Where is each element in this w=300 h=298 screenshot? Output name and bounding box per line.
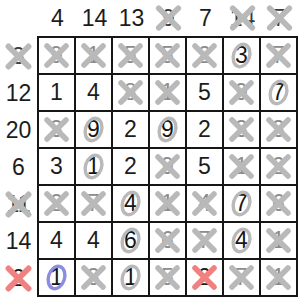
cell-r6c3[interactable]: 6	[113, 223, 148, 258]
cell-value: 1	[161, 192, 174, 215]
cell-value: 3	[235, 44, 248, 67]
cell-r1c7[interactable]: 7	[261, 38, 296, 73]
cell-r3c1[interactable]: 3	[39, 112, 74, 147]
row-target-5: 11	[0, 186, 37, 223]
cell-r6c4[interactable]: 6	[150, 223, 185, 258]
cell-r4c1[interactable]: 3	[39, 149, 74, 184]
cell-r1c3[interactable]: 5	[113, 38, 148, 73]
cell-value: 5	[198, 81, 211, 104]
cell-r7c6[interactable]: 7	[224, 260, 259, 295]
cell-r5c7[interactable]: 6	[261, 186, 296, 221]
cell-value: 3	[50, 155, 63, 178]
cell-value: 3	[272, 118, 285, 141]
col-target-6: 14	[224, 0, 261, 36]
cell-value: 6	[161, 229, 174, 252]
row-target-1: 3	[0, 38, 37, 75]
cell-value: 2	[124, 155, 137, 178]
col-target-7: 7	[261, 0, 298, 36]
col-target-5: 7	[187, 0, 224, 36]
cell-r2c6[interactable]: 9	[224, 75, 259, 110]
col-target-label: 4	[51, 7, 64, 30]
cell-r3c5[interactable]: 2	[187, 112, 222, 147]
cell-r2c4[interactable]: 1	[150, 75, 185, 110]
cell-r6c7[interactable]: 1	[261, 223, 296, 258]
cell-value: 7	[87, 192, 100, 215]
cell-r4c3[interactable]: 2	[113, 149, 148, 184]
cell-value: 5	[124, 44, 137, 67]
col-target-2: 14	[76, 0, 113, 36]
cell-value: 2	[272, 155, 285, 178]
cell-r2c5[interactable]: 5	[187, 75, 222, 110]
puzzle-grid: 9155237148159739292333129512274147644667…	[37, 36, 298, 297]
cell-value: 4	[87, 81, 100, 104]
row-target-label: 3	[12, 45, 25, 68]
cell-r7c1[interactable]: 1	[39, 260, 74, 295]
col-target-label: 7	[273, 7, 286, 30]
col-target-4: 9	[150, 0, 187, 36]
cell-value: 9	[235, 81, 248, 104]
cell-value: 1	[50, 81, 63, 104]
cell-r2c3[interactable]: 8	[113, 75, 148, 110]
row-targets: 31220611142	[0, 38, 37, 297]
cell-r5c1[interactable]: 2	[39, 186, 74, 221]
cell-r4c5[interactable]: 5	[187, 149, 222, 184]
row-target-label: 20	[6, 119, 32, 142]
col-target-label: 9	[162, 7, 175, 30]
col-target-label: 13	[119, 7, 145, 30]
cell-value: 9	[161, 118, 174, 141]
cell-value: 7	[272, 44, 285, 67]
cell-value: 3	[235, 118, 248, 141]
row-target-2: 12	[0, 75, 37, 112]
cell-value: 2	[198, 44, 211, 67]
cell-r5c5[interactable]: 4	[187, 186, 222, 221]
cell-value: 2	[124, 118, 137, 141]
row-target-7: 2	[0, 260, 37, 297]
cell-value: 1	[272, 229, 285, 252]
cell-r4c4[interactable]: 9	[150, 149, 185, 184]
col-target-label: 14	[230, 7, 256, 30]
cell-r5c4[interactable]: 1	[150, 186, 185, 221]
cell-value: 7	[198, 229, 211, 252]
cell-r7c4[interactable]: 5	[150, 260, 185, 295]
cell-value: 6	[272, 192, 285, 215]
cell-r1c2[interactable]: 1	[76, 38, 111, 73]
cell-r3c4[interactable]: 9	[150, 112, 185, 147]
cell-r3c6[interactable]: 3	[224, 112, 259, 147]
cell-r7c7[interactable]: 1	[261, 260, 296, 295]
cell-r1c6[interactable]: 3	[224, 38, 259, 73]
cell-value: 4	[87, 229, 100, 252]
cell-value: 4	[198, 192, 211, 215]
cell-r3c2[interactable]: 9	[76, 112, 111, 147]
col-target-label: 7	[199, 7, 212, 30]
cell-r6c6[interactable]: 4	[224, 223, 259, 258]
col-target-label: 14	[82, 7, 108, 30]
row-target-6: 14	[0, 223, 37, 260]
cell-value: 1	[87, 155, 100, 178]
cell-r5c3[interactable]: 4	[113, 186, 148, 221]
column-targets: 4141397147	[39, 0, 298, 36]
cell-value: 5	[161, 44, 174, 67]
row-target-4: 6	[0, 149, 37, 186]
row-target-label: 2	[12, 267, 25, 290]
col-target-1: 4	[39, 0, 76, 36]
cell-value: 7	[272, 81, 285, 104]
cell-value: 9	[50, 44, 63, 67]
cell-r5c6[interactable]: 7	[224, 186, 259, 221]
cell-r4c7[interactable]: 2	[261, 149, 296, 184]
cell-value: 5	[161, 266, 174, 289]
cell-value: 4	[235, 229, 248, 252]
cell-r7c5[interactable]: 2	[187, 260, 222, 295]
cell-value: 1	[235, 155, 248, 178]
cell-value: 7	[235, 266, 248, 289]
cell-value: 1	[272, 266, 285, 289]
cell-r1c1[interactable]: 9	[39, 38, 74, 73]
row-target-3: 20	[0, 112, 37, 149]
cell-r3c3[interactable]: 2	[113, 112, 148, 147]
cell-r6c1[interactable]: 4	[39, 223, 74, 258]
cell-r2c7[interactable]: 7	[261, 75, 296, 110]
cell-value: 2	[198, 266, 211, 289]
cell-value: 6	[124, 229, 137, 252]
cell-r3c7[interactable]: 3	[261, 112, 296, 147]
cell-value: 8	[124, 81, 137, 104]
row-target-label: 14	[6, 230, 32, 253]
puzzle-board: 4141397147 31220611142 91552371481597392…	[0, 0, 300, 298]
cell-r1c5[interactable]: 2	[187, 38, 222, 73]
cell-value: 1	[87, 44, 100, 67]
cell-value: 7	[235, 192, 248, 215]
cell-r4c2[interactable]: 1	[76, 149, 111, 184]
cell-r7c2[interactable]: 3	[76, 260, 111, 295]
cell-value: 5	[198, 155, 211, 178]
cell-value: 2	[198, 118, 211, 141]
col-target-3: 13	[113, 0, 150, 36]
cell-value: 2	[50, 192, 63, 215]
cell-value: 9	[161, 155, 174, 178]
cell-value: 1	[161, 81, 174, 104]
row-target-label: 12	[6, 82, 32, 105]
cell-r6c5[interactable]: 7	[187, 223, 222, 258]
cell-value: 3	[87, 266, 100, 289]
cell-r6c2[interactable]: 4	[76, 223, 111, 258]
cell-r2c2[interactable]: 4	[76, 75, 111, 110]
cell-r2c1[interactable]: 1	[39, 75, 74, 110]
cell-r1c4[interactable]: 5	[150, 38, 185, 73]
row-target-label: 6	[12, 156, 25, 179]
cell-value: 9	[87, 118, 100, 141]
cell-r4c6[interactable]: 1	[224, 149, 259, 184]
cell-r7c3[interactable]: 1	[113, 260, 148, 295]
cell-value: 1	[124, 266, 137, 289]
cell-value: 3	[50, 118, 63, 141]
cell-value: 1	[50, 266, 63, 289]
cell-r5c2[interactable]: 7	[76, 186, 111, 221]
row-target-label: 11	[7, 193, 31, 216]
cell-value: 4	[50, 229, 63, 252]
cell-value: 4	[124, 192, 137, 215]
